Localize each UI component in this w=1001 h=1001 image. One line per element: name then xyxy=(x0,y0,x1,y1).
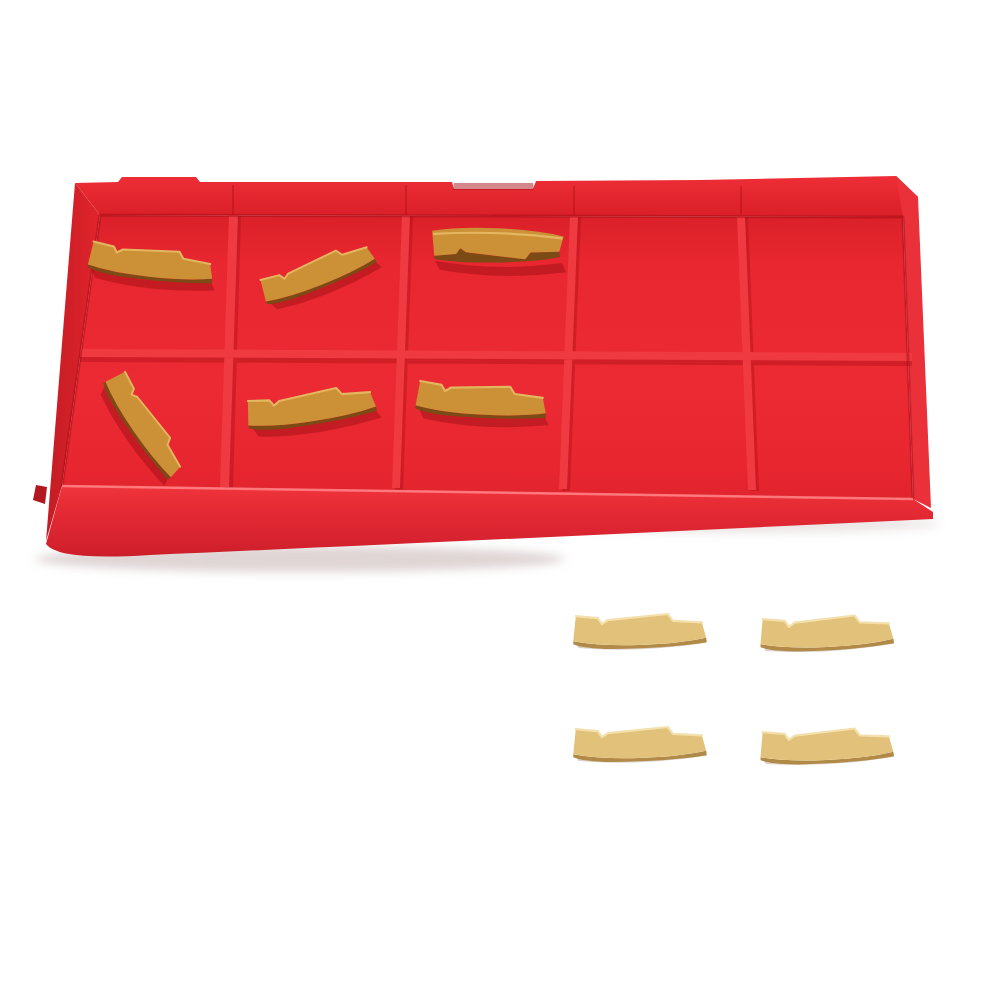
scene-svg xyxy=(0,0,1001,1001)
loose-insert-2 xyxy=(760,614,895,654)
scene-root xyxy=(33,176,940,767)
loose-insert-4 xyxy=(760,727,895,767)
tray-insert-3 xyxy=(431,226,568,278)
loose-insert-3 xyxy=(573,726,707,763)
loose-insert-1 xyxy=(573,613,707,650)
tray-back-wall xyxy=(75,176,918,217)
tray-back-wall-notch-shade xyxy=(453,183,534,190)
tray-left-wall-tab xyxy=(33,485,47,504)
product-photo-canvas xyxy=(0,0,1001,1001)
